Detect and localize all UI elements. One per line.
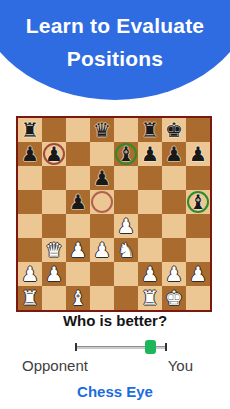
piece-black-pawn: ♟ [162,142,186,166]
piece-white-rook: ♜ [138,286,162,310]
square-e6[interactable] [114,166,138,190]
banner-title: Learn to Evaluate Positions [0,9,230,75]
annotation-circle-d5 [91,191,113,213]
square-f4[interactable] [138,214,162,238]
slider-labels: Opponent You [0,357,230,374]
square-h4[interactable] [186,214,210,238]
slider-label-opponent: Opponent [22,357,88,374]
square-f3[interactable] [138,238,162,262]
square-a7[interactable]: ♟ [18,142,42,166]
piece-white-pawn: ♟ [114,214,138,238]
annotation-circle-b7 [43,143,65,165]
square-f5[interactable] [138,190,162,214]
square-a3[interactable] [18,238,42,262]
piece-white-bishop: ♝ [66,286,90,310]
square-h2[interactable]: ♟ [186,262,210,286]
slider-tick-right [165,343,167,351]
piece-white-pawn: ♟ [186,262,210,286]
square-c1[interactable]: ♝ [66,286,90,310]
piece-black-pawn: ♟ [186,142,210,166]
piece-white-knight: ♞ [114,238,138,262]
square-h7[interactable]: ♟ [186,142,210,166]
piece-black-bishop: ♝ [186,190,210,214]
square-g4[interactable] [162,214,186,238]
square-g1[interactable]: ♚ [162,286,186,310]
square-a4[interactable] [18,214,42,238]
piece-black-pawn: ♟ [138,142,162,166]
piece-black-rook: ♜ [138,118,162,142]
square-a8[interactable]: ♜ [18,118,42,142]
slider-tick-left [75,343,77,351]
square-f1[interactable]: ♜ [138,286,162,310]
square-b6[interactable] [42,166,66,190]
square-e8[interactable] [114,118,138,142]
square-c6[interactable] [66,166,90,190]
square-d7[interactable] [90,142,114,166]
evaluation-slider[interactable] [75,339,167,355]
square-g6[interactable] [162,166,186,190]
square-b2[interactable]: ♟ [42,262,66,286]
square-d4[interactable] [90,214,114,238]
square-g5[interactable] [162,190,186,214]
piece-black-queen: ♛ [90,118,114,142]
square-c8[interactable] [66,118,90,142]
slider-handle[interactable] [145,340,156,354]
square-c7[interactable] [66,142,90,166]
piece-black-pawn: ♟ [42,142,66,166]
piece-white-king: ♚ [162,286,186,310]
square-c3[interactable]: ♟ [66,238,90,262]
slider-label-you: You [168,357,193,374]
question-label: Who is better? [0,312,230,329]
square-e3[interactable]: ♞ [114,238,138,262]
square-b8[interactable] [42,118,66,142]
square-a6[interactable] [18,166,42,190]
piece-white-pawn: ♟ [138,262,162,286]
square-b4[interactable] [42,214,66,238]
square-c2[interactable] [66,262,90,286]
square-g7[interactable]: ♟ [162,142,186,166]
square-d5[interactable] [90,190,114,214]
annotation-circle-e7 [115,143,137,165]
square-h5[interactable]: ♝ [186,190,210,214]
piece-black-pawn: ♟ [90,166,114,190]
square-c4[interactable] [66,214,90,238]
piece-white-queen: ♛ [42,238,66,262]
square-e5[interactable] [114,190,138,214]
square-d8[interactable]: ♛ [90,118,114,142]
square-a1[interactable]: ♜ [18,286,42,310]
square-h8[interactable] [186,118,210,142]
piece-black-pawn: ♟ [18,142,42,166]
square-e4[interactable]: ♟ [114,214,138,238]
square-g3[interactable] [162,238,186,262]
square-f8[interactable]: ♜ [138,118,162,142]
square-f7[interactable]: ♟ [138,142,162,166]
square-b1[interactable] [42,286,66,310]
square-a2[interactable]: ♟ [18,262,42,286]
piece-black-pawn: ♟ [66,190,90,214]
piece-black-king: ♚ [162,118,186,142]
piece-white-pawn: ♟ [90,238,114,262]
square-b5[interactable] [42,190,66,214]
piece-white-pawn: ♟ [42,262,66,286]
square-f6[interactable] [138,166,162,190]
square-d2[interactable] [90,262,114,286]
brand-title: Chess Eye [0,383,230,400]
piece-white-pawn: ♟ [162,262,186,286]
piece-white-pawn: ♟ [66,238,90,262]
piece-white-pawn: ♟ [18,262,42,286]
square-b3[interactable]: ♛ [42,238,66,262]
square-d1[interactable] [90,286,114,310]
square-h3[interactable] [186,238,210,262]
square-e2[interactable] [114,262,138,286]
square-b7[interactable]: ♟ [42,142,66,166]
square-c5[interactable]: ♟ [66,190,90,214]
square-f2[interactable]: ♟ [138,262,162,286]
square-a5[interactable] [18,190,42,214]
square-g2[interactable]: ♟ [162,262,186,286]
square-h6[interactable] [186,166,210,190]
piece-white-rook: ♜ [18,286,42,310]
square-d3[interactable]: ♟ [90,238,114,262]
piece-black-bishop: ♝ [114,142,138,166]
banner-title-line2: Positions [0,42,230,75]
square-e7[interactable]: ♝ [114,142,138,166]
chess-board[interactable]: ♜♛♜♚♟♟♝♟♟♟♟♟♝♟♛♟♟♞♟♟♟♟♟♜♝♜♚ [16,116,212,312]
square-d6[interactable]: ♟ [90,166,114,190]
square-h1[interactable] [186,286,210,310]
square-e1[interactable] [114,286,138,310]
banner-title-line1: Learn to Evaluate [0,9,230,42]
square-g8[interactable]: ♚ [162,118,186,142]
piece-black-rook: ♜ [18,118,42,142]
annotation-circle-h5 [187,191,209,213]
